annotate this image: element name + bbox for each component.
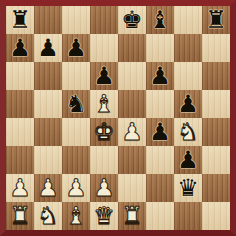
piece-black-knight[interactable]: ♞	[65, 90, 87, 118]
piece-white-pawn[interactable]: ♟	[65, 174, 87, 202]
square-d3[interactable]	[90, 146, 118, 174]
square-e3[interactable]	[118, 146, 146, 174]
square-g7[interactable]	[174, 34, 202, 62]
square-g8[interactable]	[174, 6, 202, 34]
square-a5[interactable]	[6, 90, 34, 118]
piece-white-pawn[interactable]: ♟	[37, 174, 59, 202]
square-f8[interactable]: ♝	[146, 6, 174, 34]
square-a3[interactable]	[6, 146, 34, 174]
piece-white-rook[interactable]: ♜	[121, 202, 143, 230]
square-e2[interactable]	[118, 174, 146, 202]
square-b6[interactable]	[34, 62, 62, 90]
square-f6[interactable]: ♟	[146, 62, 174, 90]
piece-white-pawn[interactable]: ♟	[93, 174, 115, 202]
square-d5[interactable]: ♝	[90, 90, 118, 118]
piece-black-rook[interactable]: ♜	[205, 6, 227, 34]
square-e8[interactable]: ♚	[118, 6, 146, 34]
piece-black-pawn[interactable]: ♟	[37, 34, 59, 62]
square-g5[interactable]: ♟	[174, 90, 202, 118]
square-h8[interactable]: ♜	[202, 6, 230, 34]
piece-white-king[interactable]: ♚	[93, 118, 115, 146]
square-e7[interactable]	[118, 34, 146, 62]
square-h1[interactable]	[202, 202, 230, 230]
piece-black-king[interactable]: ♚	[121, 6, 143, 34]
square-d2[interactable]: ♟	[90, 174, 118, 202]
square-h2[interactable]	[202, 174, 230, 202]
square-a4[interactable]	[6, 118, 34, 146]
square-f5[interactable]	[146, 90, 174, 118]
square-d7[interactable]	[90, 34, 118, 62]
square-b1[interactable]: ♞	[34, 202, 62, 230]
square-d4[interactable]: ♚	[90, 118, 118, 146]
square-h3[interactable]	[202, 146, 230, 174]
square-f4[interactable]: ♟	[146, 118, 174, 146]
square-f2[interactable]	[146, 174, 174, 202]
square-a6[interactable]	[6, 62, 34, 90]
square-h5[interactable]	[202, 90, 230, 118]
square-b8[interactable]	[34, 6, 62, 34]
square-f3[interactable]	[146, 146, 174, 174]
piece-black-pawn[interactable]: ♟	[9, 34, 31, 62]
piece-black-rook[interactable]: ♜	[9, 6, 31, 34]
piece-white-bishop[interactable]: ♝	[65, 202, 87, 230]
square-a2[interactable]: ♟	[6, 174, 34, 202]
square-b2[interactable]: ♟	[34, 174, 62, 202]
square-e6[interactable]	[118, 62, 146, 90]
square-c7[interactable]: ♟	[62, 34, 90, 62]
square-h6[interactable]	[202, 62, 230, 90]
piece-white-rook[interactable]: ♜	[9, 202, 31, 230]
piece-white-knight[interactable]: ♞	[177, 118, 199, 146]
piece-black-pawn[interactable]: ♟	[93, 62, 115, 90]
square-g1[interactable]	[174, 202, 202, 230]
board-frame: ♜♚♝♜♟♟♟♟♟♞♝♟♚♟♟♞♟♟♟♟♟♛♜♞♝♛♜	[0, 0, 236, 236]
square-e5[interactable]	[118, 90, 146, 118]
square-c3[interactable]	[62, 146, 90, 174]
piece-white-pawn[interactable]: ♟	[121, 118, 143, 146]
piece-black-pawn[interactable]: ♟	[177, 146, 199, 174]
square-g6[interactable]	[174, 62, 202, 90]
piece-white-queen[interactable]: ♛	[93, 202, 115, 230]
square-f7[interactable]	[146, 34, 174, 62]
square-b4[interactable]	[34, 118, 62, 146]
piece-black-queen[interactable]: ♛	[177, 174, 199, 202]
square-d8[interactable]	[90, 6, 118, 34]
square-b7[interactable]: ♟	[34, 34, 62, 62]
square-h7[interactable]	[202, 34, 230, 62]
piece-black-pawn[interactable]: ♟	[149, 118, 171, 146]
square-g4[interactable]: ♞	[174, 118, 202, 146]
square-c5[interactable]: ♞	[62, 90, 90, 118]
square-c1[interactable]: ♝	[62, 202, 90, 230]
square-c6[interactable]	[62, 62, 90, 90]
square-c2[interactable]: ♟	[62, 174, 90, 202]
piece-black-pawn[interactable]: ♟	[177, 90, 199, 118]
square-d1[interactable]: ♛	[90, 202, 118, 230]
square-e1[interactable]: ♜	[118, 202, 146, 230]
square-h4[interactable]	[202, 118, 230, 146]
square-g3[interactable]: ♟	[174, 146, 202, 174]
piece-white-bishop[interactable]: ♝	[93, 90, 115, 118]
square-a1[interactable]: ♜	[6, 202, 34, 230]
piece-black-bishop[interactable]: ♝	[149, 6, 171, 34]
square-c4[interactable]	[62, 118, 90, 146]
chess-board: ♜♚♝♜♟♟♟♟♟♞♝♟♚♟♟♞♟♟♟♟♟♛♜♞♝♛♜	[6, 6, 230, 230]
square-b3[interactable]	[34, 146, 62, 174]
piece-black-pawn[interactable]: ♟	[65, 34, 87, 62]
square-c8[interactable]	[62, 6, 90, 34]
square-a7[interactable]: ♟	[6, 34, 34, 62]
piece-black-pawn[interactable]: ♟	[149, 62, 171, 90]
piece-white-pawn[interactable]: ♟	[9, 174, 31, 202]
square-g2[interactable]: ♛	[174, 174, 202, 202]
square-d6[interactable]: ♟	[90, 62, 118, 90]
square-f1[interactable]	[146, 202, 174, 230]
square-e4[interactable]: ♟	[118, 118, 146, 146]
piece-white-knight[interactable]: ♞	[37, 202, 59, 230]
square-a8[interactable]: ♜	[6, 6, 34, 34]
square-b5[interactable]	[34, 90, 62, 118]
